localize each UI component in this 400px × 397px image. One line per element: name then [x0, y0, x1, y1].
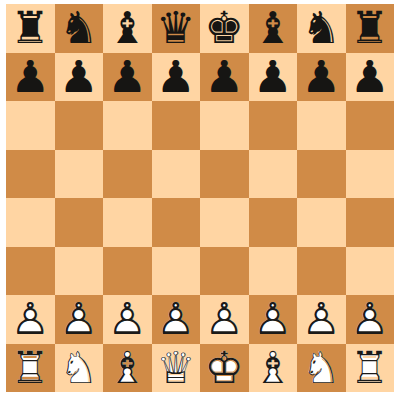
square-h1[interactable]: ♜♖	[346, 344, 395, 393]
square-g3[interactable]	[297, 247, 346, 296]
white-knight-icon-outline: ♘	[55, 344, 104, 392]
black-knight-icon[interactable]: ♞	[55, 4, 104, 52]
square-b3[interactable]	[55, 247, 104, 296]
white-bishop-icon-outline: ♗	[103, 344, 152, 392]
square-h4[interactable]	[346, 198, 395, 247]
square-h5[interactable]	[346, 150, 395, 199]
square-c8[interactable]: ♝	[103, 4, 152, 53]
white-knight-icon-outline: ♘	[297, 344, 346, 392]
square-f4[interactable]	[249, 198, 298, 247]
black-pawn-icon[interactable]: ♟	[297, 53, 346, 101]
white-pawn-icon-outline: ♙	[6, 295, 55, 343]
white-pawn-icon[interactable]: ♟♙	[55, 295, 104, 343]
square-c2[interactable]: ♟♙	[103, 295, 152, 344]
white-rook-icon[interactable]: ♜♖	[346, 344, 395, 392]
square-h8[interactable]: ♜	[346, 4, 395, 53]
black-pawn-icon[interactable]: ♟	[346, 53, 395, 101]
square-c6[interactable]	[103, 101, 152, 150]
black-rook-icon[interactable]: ♜	[6, 4, 55, 52]
white-pawn-icon[interactable]: ♟♙	[297, 295, 346, 343]
square-a2[interactable]: ♟♙	[6, 295, 55, 344]
square-a5[interactable]	[6, 150, 55, 199]
square-b5[interactable]	[55, 150, 104, 199]
square-f5[interactable]	[249, 150, 298, 199]
square-a7[interactable]: ♟	[6, 53, 55, 102]
white-pawn-icon[interactable]: ♟♙	[200, 295, 249, 343]
white-pawn-icon-outline: ♙	[103, 295, 152, 343]
white-king-icon-outline: ♔	[200, 344, 249, 392]
square-g6[interactable]	[297, 101, 346, 150]
square-b7[interactable]: ♟	[55, 53, 104, 102]
white-bishop-icon[interactable]: ♝♗	[249, 344, 298, 392]
black-pawn-icon[interactable]: ♟	[200, 53, 249, 101]
white-rook-icon[interactable]: ♜♖	[6, 344, 55, 392]
white-pawn-icon-outline: ♙	[297, 295, 346, 343]
page: ♜♞♝♛♚♝♞♜♟♟♟♟♟♟♟♟♟♙♟♙♟♙♟♙♟♙♟♙♟♙♟♙♜♖♞♘♝♗♛♕…	[0, 0, 400, 397]
white-pawn-icon[interactable]: ♟♙	[346, 295, 395, 343]
white-queen-icon[interactable]: ♛♕	[152, 344, 201, 392]
white-pawn-icon[interactable]: ♟♙	[152, 295, 201, 343]
square-g7[interactable]: ♟	[297, 53, 346, 102]
square-d4[interactable]	[152, 198, 201, 247]
square-f1[interactable]: ♝♗	[249, 344, 298, 393]
square-f8[interactable]: ♝	[249, 4, 298, 53]
square-c7[interactable]: ♟	[103, 53, 152, 102]
white-bishop-icon-outline: ♗	[249, 344, 298, 392]
black-knight-icon[interactable]: ♞	[297, 4, 346, 52]
square-c1[interactable]: ♝♗	[103, 344, 152, 393]
square-g2[interactable]: ♟♙	[297, 295, 346, 344]
square-e7[interactable]: ♟	[200, 53, 249, 102]
square-f3[interactable]	[249, 247, 298, 296]
white-pawn-icon-outline: ♙	[346, 295, 395, 343]
square-d1[interactable]: ♛♕	[152, 344, 201, 393]
white-pawn-icon-outline: ♙	[200, 295, 249, 343]
black-pawn-icon[interactable]: ♟	[152, 53, 201, 101]
square-b6[interactable]	[55, 101, 104, 150]
white-pawn-icon-outline: ♙	[152, 295, 201, 343]
square-e5[interactable]	[200, 150, 249, 199]
white-knight-icon[interactable]: ♞♘	[55, 344, 104, 392]
square-h2[interactable]: ♟♙	[346, 295, 395, 344]
black-pawn-icon[interactable]: ♟	[55, 53, 104, 101]
square-g5[interactable]	[297, 150, 346, 199]
black-king-icon[interactable]: ♚	[200, 4, 249, 52]
square-e3[interactable]	[200, 247, 249, 296]
black-pawn-icon[interactable]: ♟	[249, 53, 298, 101]
white-pawn-icon[interactable]: ♟♙	[6, 295, 55, 343]
white-pawn-icon[interactable]: ♟♙	[249, 295, 298, 343]
white-knight-icon[interactable]: ♞♘	[297, 344, 346, 392]
square-a3[interactable]	[6, 247, 55, 296]
square-g8[interactable]: ♞	[297, 4, 346, 53]
square-d2[interactable]: ♟♙	[152, 295, 201, 344]
square-d6[interactable]	[152, 101, 201, 150]
square-e6[interactable]	[200, 101, 249, 150]
square-h3[interactable]	[346, 247, 395, 296]
square-c5[interactable]	[103, 150, 152, 199]
square-f7[interactable]: ♟	[249, 53, 298, 102]
white-rook-icon-outline: ♖	[346, 344, 395, 392]
square-a4[interactable]	[6, 198, 55, 247]
square-a8[interactable]: ♜	[6, 4, 55, 53]
square-f6[interactable]	[249, 101, 298, 150]
square-b8[interactable]: ♞	[55, 4, 104, 53]
white-pawn-icon[interactable]: ♟♙	[103, 295, 152, 343]
square-f2[interactable]: ♟♙	[249, 295, 298, 344]
square-b4[interactable]	[55, 198, 104, 247]
black-queen-icon[interactable]: ♛	[152, 4, 201, 52]
square-a1[interactable]: ♜♖	[6, 344, 55, 393]
square-b2[interactable]: ♟♙	[55, 295, 104, 344]
square-e8[interactable]: ♚	[200, 4, 249, 53]
square-g1[interactable]: ♞♘	[297, 344, 346, 393]
square-d5[interactable]	[152, 150, 201, 199]
square-e1[interactable]: ♚♔	[200, 344, 249, 393]
white-king-icon[interactable]: ♚♔	[200, 344, 249, 392]
chess-board: ♜♞♝♛♚♝♞♜♟♟♟♟♟♟♟♟♟♙♟♙♟♙♟♙♟♙♟♙♟♙♟♙♜♖♞♘♝♗♛♕…	[6, 4, 394, 392]
square-c4[interactable]	[103, 198, 152, 247]
white-rook-icon-outline: ♖	[6, 344, 55, 392]
square-e4[interactable]	[200, 198, 249, 247]
square-a6[interactable]	[6, 101, 55, 150]
black-bishop-icon[interactable]: ♝	[103, 4, 152, 52]
square-h7[interactable]: ♟	[346, 53, 395, 102]
black-pawn-icon[interactable]: ♟	[6, 53, 55, 101]
black-pawn-icon[interactable]: ♟	[103, 53, 152, 101]
square-d3[interactable]	[152, 247, 201, 296]
square-b1[interactable]: ♞♘	[55, 344, 104, 393]
square-g4[interactable]	[297, 198, 346, 247]
square-c3[interactable]	[103, 247, 152, 296]
square-h6[interactable]	[346, 101, 395, 150]
square-d7[interactable]: ♟	[152, 53, 201, 102]
square-d8[interactable]: ♛	[152, 4, 201, 53]
white-pawn-icon-outline: ♙	[249, 295, 298, 343]
white-bishop-icon[interactable]: ♝♗	[103, 344, 152, 392]
black-bishop-icon[interactable]: ♝	[249, 4, 298, 52]
white-pawn-icon-outline: ♙	[55, 295, 104, 343]
white-queen-icon-outline: ♕	[152, 344, 201, 392]
black-rook-icon[interactable]: ♜	[346, 4, 395, 52]
square-e2[interactable]: ♟♙	[200, 295, 249, 344]
